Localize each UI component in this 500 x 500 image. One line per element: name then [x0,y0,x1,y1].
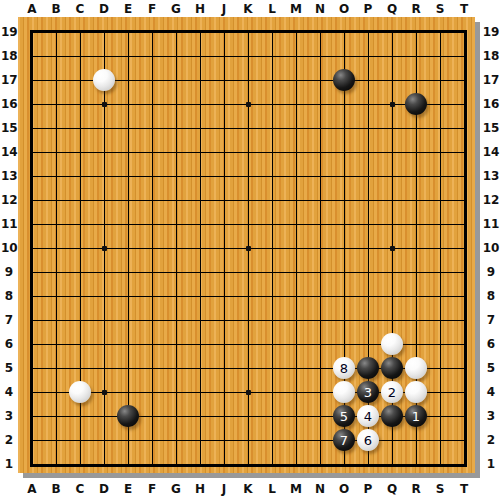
coord-left-18: 18 [1,50,17,62]
coord-right-17: 17 [482,74,500,86]
coord-right-7: 7 [482,314,500,326]
coord-left-6: 6 [1,338,17,350]
coord-bottom-M: M [290,483,302,495]
stone-white-Q4[interactable]: 2 [381,381,403,403]
stone-white-D17[interactable] [93,69,115,91]
coord-top-O: O [339,3,349,15]
coord-left-7: 7 [1,314,17,326]
coord-bottom-T: T [460,483,468,495]
stone-black-Q5[interactable] [381,357,403,379]
coord-bottom-H: H [195,483,205,495]
coord-right-19: 19 [482,26,500,38]
go-board-diagram: ABCDEFGHJKLMNOPQRST ABCDEFGHJKLMNOPQRST … [0,0,500,500]
star-point-D10 [92,236,116,260]
coord-left-8: 8 [1,290,17,302]
coord-right-2: 2 [482,434,500,446]
coord-right-16: 16 [482,98,500,110]
coord-bottom-B: B [51,483,60,495]
move-number: 7 [340,434,348,447]
star-point-K4 [236,380,260,404]
move-number: 5 [340,410,348,423]
star-point-dot [102,102,107,107]
coord-left-9: 9 [1,266,17,278]
star-point-dot [102,246,107,251]
coord-right-8: 8 [482,290,500,302]
stone-white-R4[interactable] [405,381,427,403]
coord-bottom-R: R [411,483,420,495]
coord-bottom-Q: Q [387,483,397,495]
coord-left-3: 3 [1,410,17,422]
intersection-C4 [68,380,92,404]
coord-right-5: 5 [482,362,500,374]
star-point-dot [390,102,395,107]
coord-top-D: D [99,3,109,15]
stone-black-Q3[interactable] [381,405,403,427]
star-point-dot [246,246,251,251]
coord-top-H: H [195,3,205,15]
coord-left-2: 2 [1,434,17,446]
coord-left-17: 17 [1,74,17,86]
coord-right-11: 11 [482,218,500,230]
coord-bottom-C: C [76,483,85,495]
intersection-R16 [404,92,428,116]
intersection-O17 [332,68,356,92]
board-grid[interactable]: 83254176 [20,20,476,476]
intersection-O2: 7 [332,428,356,452]
intersection-Q5 [380,356,404,380]
star-point-dot [246,102,251,107]
intersection-O4 [332,380,356,404]
coord-bottom-K: K [243,483,252,495]
stone-black-O3[interactable]: 5 [333,405,355,427]
coord-left-1: 1 [1,458,17,470]
coord-top-T: T [460,3,468,15]
stone-black-R3[interactable]: 1 [405,405,427,427]
coord-top-S: S [436,3,445,15]
coord-bottom-G: G [171,483,181,495]
coord-right-13: 13 [482,170,500,182]
move-number: 3 [364,386,372,399]
coord-left-13: 13 [1,170,17,182]
coord-top-G: G [171,3,181,15]
coord-bottom-F: F [148,483,156,495]
stone-black-R16[interactable] [405,93,427,115]
star-point-Q16 [380,92,404,116]
intersection-P4: 3 [356,380,380,404]
star-point-D4 [92,380,116,404]
stone-white-O5[interactable]: 8 [333,357,355,379]
coord-top-R: R [411,3,420,15]
intersection-R5 [404,356,428,380]
coord-bottom-L: L [268,483,276,495]
coord-right-15: 15 [482,122,500,134]
stone-white-P2[interactable]: 6 [357,429,379,451]
intersection-R3: 1 [404,404,428,428]
coord-right-4: 4 [482,386,500,398]
intersection-Q6 [380,332,404,356]
coord-bottom-A: A [27,483,36,495]
intersection-O3: 5 [332,404,356,428]
stone-black-O2[interactable]: 7 [333,429,355,451]
coord-left-4: 4 [1,386,17,398]
stone-white-C4[interactable] [69,381,91,403]
stone-black-O17[interactable] [333,69,355,91]
coord-right-3: 3 [482,410,500,422]
coord-right-10: 10 [482,242,500,254]
coord-right-12: 12 [482,194,500,206]
coord-left-15: 15 [1,122,17,134]
move-number: 8 [340,362,348,375]
stone-white-Q6[interactable] [381,333,403,355]
coord-top-M: M [290,3,302,15]
coord-left-14: 14 [1,146,17,158]
coord-bottom-P: P [364,483,373,495]
coord-bottom-O: O [339,483,349,495]
coord-top-J: J [222,3,226,15]
coord-right-14: 14 [482,146,500,158]
stone-black-E3[interactable] [117,405,139,427]
intersection-P2: 6 [356,428,380,452]
coord-left-12: 12 [1,194,17,206]
coord-right-18: 18 [482,50,500,62]
coord-top-A: A [27,3,36,15]
stone-black-P4[interactable]: 3 [357,381,379,403]
intersection-E3 [116,404,140,428]
intersection-Q3 [380,404,404,428]
star-point-dot [390,246,395,251]
stone-white-P3[interactable]: 4 [357,405,379,427]
star-point-D16 [92,92,116,116]
coord-left-11: 11 [1,218,17,230]
coord-top-N: N [315,3,325,15]
coord-top-P: P [364,3,373,15]
stone-black-P5[interactable] [357,357,379,379]
coord-bottom-S: S [436,483,445,495]
coord-top-F: F [148,3,156,15]
goban[interactable]: 83254176 [18,17,475,473]
coord-top-L: L [268,3,276,15]
coord-left-10: 10 [1,242,17,254]
intersection-D17 [92,68,116,92]
coord-bottom-E: E [124,483,132,495]
stone-white-O4[interactable] [333,381,355,403]
coord-left-19: 19 [1,26,17,38]
intersection-Q4: 2 [380,380,404,404]
coord-right-1: 1 [482,458,500,470]
coord-bottom-J: J [222,483,226,495]
coord-top-Q: Q [387,3,397,15]
coord-top-K: K [243,3,252,15]
coord-top-C: C [76,3,85,15]
coord-left-5: 5 [1,362,17,374]
move-number: 2 [388,386,396,399]
coord-right-9: 9 [482,266,500,278]
move-number: 1 [412,410,420,423]
coord-top-B: B [51,3,60,15]
move-number: 6 [364,434,372,447]
coord-left-16: 16 [1,98,17,110]
star-point-dot [246,390,251,395]
star-point-dot [102,390,107,395]
coord-bottom-N: N [315,483,325,495]
intersection-O5: 8 [332,356,356,380]
coord-bottom-D: D [99,483,109,495]
intersection-P5 [356,356,380,380]
coord-top-E: E [124,3,132,15]
intersection-P3: 4 [356,404,380,428]
star-point-K16 [236,92,260,116]
move-number: 4 [364,410,372,423]
star-point-Q10 [380,236,404,260]
intersection-R4 [404,380,428,404]
stone-white-R5[interactable] [405,357,427,379]
star-point-K10 [236,236,260,260]
coord-right-6: 6 [482,338,500,350]
